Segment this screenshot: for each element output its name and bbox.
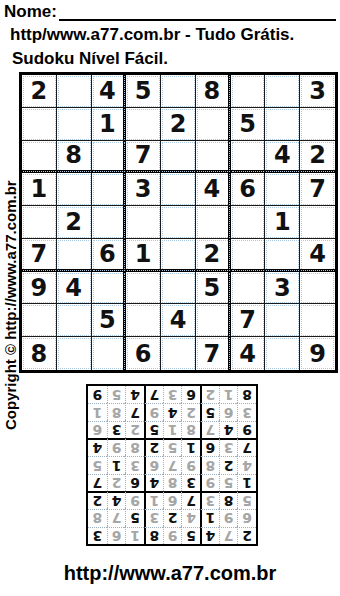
solution-cell-r4c4: 3 — [181, 474, 200, 491]
solution-cell-r5c7: 3 — [125, 456, 144, 473]
solution-cell-r5c5: 7 — [163, 456, 182, 473]
solution-cell-r9c7: 4 — [125, 386, 144, 403]
puzzle-cell-r4c3[interactable] — [92, 173, 127, 206]
solution-cell-r8c8: 8 — [107, 403, 126, 420]
solution-cell-r8c6: 9 — [144, 403, 163, 420]
puzzle-cell-r6c3[interactable]: 6 — [92, 239, 127, 272]
puzzle-cell-r3c4[interactable]: 7 — [126, 141, 161, 174]
puzzle-cell-r8c9[interactable] — [300, 304, 335, 337]
puzzle-cell-r9c3[interactable] — [92, 337, 127, 370]
puzzle-cell-r4c9[interactable]: 7 — [300, 173, 335, 206]
puzzle-cell-r4c7[interactable]: 6 — [231, 173, 266, 206]
solution-cell-r6c6: 2 — [144, 438, 163, 456]
puzzle-cell-r9c1[interactable]: 8 — [22, 337, 57, 370]
solution-cell-r3c8: 4 — [107, 491, 126, 509]
solution-cell-r4c1: 1 — [237, 474, 256, 491]
puzzle-cell-r5c4[interactable] — [126, 206, 161, 239]
puzzle-cell-r1c1[interactable]: 2 — [22, 75, 57, 108]
puzzle-grid: 245831258742134672176124945354786749 — [19, 72, 338, 373]
puzzle-cell-r4c2[interactable] — [57, 173, 92, 206]
solution-cell-r1c2: 7 — [219, 527, 238, 544]
puzzle-cell-r1c8[interactable] — [265, 75, 300, 108]
puzzle-cell-r7c5[interactable] — [161, 272, 196, 305]
puzzle-cell-r8c8[interactable] — [265, 304, 300, 337]
puzzle-cell-r6c4[interactable]: 1 — [126, 239, 161, 272]
solution-cell-r7c9: 6 — [88, 421, 107, 438]
puzzle-cell-r4c6[interactable]: 4 — [196, 173, 231, 206]
puzzle-cell-r9c9[interactable]: 9 — [300, 337, 335, 370]
solution-cell-r9c3: 2 — [200, 386, 219, 403]
solution-cell-r4c6: 4 — [144, 474, 163, 491]
solution-cell-r2c5: 2 — [163, 509, 182, 526]
puzzle-cell-r8c1[interactable] — [22, 304, 57, 337]
solution-cell-r6c1: 7 — [237, 438, 256, 456]
puzzle-cell-r8c4[interactable] — [126, 304, 161, 337]
name-fill-line[interactable] — [59, 4, 336, 21]
solution-cell-r9c6: 7 — [144, 386, 163, 403]
solution-cell-r3c9: 2 — [88, 491, 107, 509]
puzzle-cell-r6c5[interactable] — [161, 239, 196, 272]
puzzle-cell-r2c8[interactable] — [265, 108, 300, 141]
solution-cell-r7c6: 5 — [144, 421, 163, 438]
solution-cell-r3c5: 6 — [163, 491, 182, 509]
puzzle-cell-r3c6[interactable] — [196, 141, 231, 174]
solution-cell-r6c2: 3 — [219, 438, 238, 456]
solution-cell-r9c4: 6 — [181, 386, 200, 403]
solution-cell-r1c5: 9 — [163, 527, 182, 544]
solution-cell-r3c2: 8 — [219, 491, 238, 509]
puzzle-cell-r6c7[interactable] — [231, 239, 266, 272]
puzzle-cell-r1c2[interactable] — [57, 75, 92, 108]
solution-cell-r7c7: 2 — [125, 421, 144, 438]
solution-cell-r3c3: 3 — [200, 491, 219, 509]
solution-cell-r6c8: 9 — [107, 438, 126, 456]
puzzle-cell-r2c9[interactable] — [300, 108, 335, 141]
copyright-vertical: Copyright © http://www.a77.com.br — [2, 180, 19, 430]
solution-cell-r5c9: 5 — [88, 456, 107, 473]
puzzle-cell-r7c6[interactable]: 5 — [196, 272, 231, 305]
puzzle-cell-r4c4[interactable]: 3 — [126, 173, 161, 206]
puzzle-cell-r8c2[interactable] — [57, 304, 92, 337]
puzzle-cell-r5c5[interactable] — [161, 206, 196, 239]
solution-cell-r9c9: 9 — [88, 386, 107, 403]
solution-cell-r8c4: 2 — [181, 403, 200, 420]
puzzle-cell-r1c9[interactable]: 3 — [300, 75, 335, 108]
puzzle-cell-r5c3[interactable] — [92, 206, 127, 239]
solution-cell-r2c6: 3 — [144, 509, 163, 526]
puzzle-cell-r7c7[interactable] — [231, 272, 266, 305]
footer-url: http://www.a77.com.br — [0, 562, 340, 585]
solution-cell-r2c9: 8 — [88, 509, 107, 526]
puzzle-cell-r9c6[interactable]: 7 — [196, 337, 231, 370]
puzzle-cell-r2c3[interactable]: 1 — [92, 108, 127, 141]
puzzle-cell-r5c8[interactable]: 1 — [265, 206, 300, 239]
puzzle-cell-r9c7[interactable]: 4 — [231, 337, 266, 370]
solution-cell-r6c3: 6 — [200, 438, 219, 456]
puzzle-cell-r7c3[interactable] — [92, 272, 127, 305]
solution-cell-r5c1: 4 — [237, 456, 256, 473]
solution-cell-r8c5: 4 — [163, 403, 182, 420]
site-header: http/www.a77.com.br - Tudo Grátis. — [10, 25, 294, 45]
puzzle-cell-r2c7[interactable]: 5 — [231, 108, 266, 141]
name-row: Nome: — [4, 2, 336, 21]
puzzle-cell-r7c2[interactable]: 4 — [57, 272, 92, 305]
puzzle-cell-r3c5[interactable] — [161, 141, 196, 174]
solution-cell-r5c6: 6 — [144, 456, 163, 473]
puzzle-cell-r5c9[interactable] — [300, 206, 335, 239]
solution-cell-r4c9: 7 — [88, 474, 107, 491]
puzzle-title: Sudoku Nível Fácil. — [12, 49, 168, 69]
puzzle-cell-r4c8[interactable] — [265, 173, 300, 206]
puzzle-cell-r1c3[interactable]: 4 — [92, 75, 127, 108]
puzzle-cell-r4c5[interactable] — [161, 173, 196, 206]
puzzle-cell-r5c7[interactable] — [231, 206, 266, 239]
solution-grid: 2745981636914235785837619421593846274289… — [86, 384, 258, 546]
puzzle-cell-r6c1[interactable]: 7 — [22, 239, 57, 272]
solution-cell-r8c2: 6 — [219, 403, 238, 420]
solution-cell-r3c4: 7 — [181, 491, 200, 509]
puzzle-cell-r3c8[interactable]: 4 — [265, 141, 300, 174]
puzzle-cell-r9c8[interactable] — [265, 337, 300, 370]
puzzle-cell-r2c6[interactable] — [196, 108, 231, 141]
solution-cell-r3c7: 9 — [125, 491, 144, 509]
puzzle-cell-r2c1[interactable] — [22, 108, 57, 141]
puzzle-cell-r6c9[interactable]: 4 — [300, 239, 335, 272]
solution-cell-r5c4: 9 — [181, 456, 200, 473]
puzzle-cell-r6c8[interactable] — [265, 239, 300, 272]
puzzle-cell-r7c8[interactable]: 3 — [265, 272, 300, 305]
puzzle-cell-r8c6[interactable] — [196, 304, 231, 337]
solution-cell-r1c3: 4 — [200, 527, 219, 544]
solution-cell-r2c8: 7 — [107, 509, 126, 526]
solution-cell-r5c2: 2 — [219, 456, 238, 473]
solution-cell-r2c2: 9 — [219, 509, 238, 526]
puzzle-cell-r9c2[interactable] — [57, 337, 92, 370]
puzzle-cell-r8c5[interactable]: 4 — [161, 304, 196, 337]
solution-cell-r7c1: 9 — [237, 421, 256, 438]
solution-cell-r1c1: 2 — [237, 527, 256, 544]
solution-cell-r2c4: 4 — [181, 509, 200, 526]
solution-cell-r4c3: 9 — [200, 474, 219, 491]
solution-cell-r5c8: 1 — [107, 456, 126, 473]
puzzle-cell-r5c6[interactable] — [196, 206, 231, 239]
solution-cell-r1c6: 8 — [144, 527, 163, 544]
puzzle-cell-r7c1[interactable]: 9 — [22, 272, 57, 305]
solution-cell-r8c1: 3 — [237, 403, 256, 420]
puzzle-cell-r7c9[interactable] — [300, 272, 335, 305]
puzzle-cell-r2c2[interactable] — [57, 108, 92, 141]
solution-cell-r9c2: 1 — [219, 386, 238, 403]
solution-cell-r3c1: 5 — [237, 491, 256, 509]
puzzle-cell-r1c6[interactable]: 8 — [196, 75, 231, 108]
solution-cell-r8c7: 7 — [125, 403, 144, 420]
puzzle-cell-r2c5[interactable]: 2 — [161, 108, 196, 141]
solution-cell-r6c4: 1 — [181, 438, 200, 456]
puzzle-cell-r7c4[interactable] — [126, 272, 161, 305]
solution-cell-r8c3: 5 — [200, 403, 219, 420]
puzzle-cell-r3c1[interactable] — [22, 141, 57, 174]
solution-cell-r7c3: 7 — [200, 421, 219, 438]
solution-cell-r4c5: 8 — [163, 474, 182, 491]
puzzle-cell-r1c5[interactable] — [161, 75, 196, 108]
name-label: Nome: — [4, 2, 57, 21]
solution-cell-r3c6: 1 — [144, 491, 163, 509]
solution-cell-r4c7: 6 — [125, 474, 144, 491]
solution-cell-r1c7: 1 — [125, 527, 144, 544]
solution-cell-r9c8: 5 — [107, 386, 126, 403]
solution-cell-r6c5: 5 — [163, 438, 182, 456]
solution-cell-r2c1: 6 — [237, 509, 256, 526]
puzzle-cell-r3c9[interactable]: 2 — [300, 141, 335, 174]
puzzle-cell-r3c2[interactable]: 8 — [57, 141, 92, 174]
solution-cell-r9c5: 3 — [163, 386, 182, 403]
solution-cell-r5c3: 8 — [200, 456, 219, 473]
sudoku-sheet: Nome: http/www.a77.com.br - Tudo Grátis.… — [0, 0, 340, 596]
solution-cell-r1c4: 5 — [181, 527, 200, 544]
puzzle-cell-r2c4[interactable] — [126, 108, 161, 141]
puzzle-cell-r9c4[interactable]: 6 — [126, 337, 161, 370]
puzzle-cell-r6c6[interactable]: 2 — [196, 239, 231, 272]
solution-cell-r8c9: 1 — [88, 403, 107, 420]
solution-cell-r7c4: 8 — [181, 421, 200, 438]
solution-cell-r4c8: 2 — [107, 474, 126, 491]
solution-cell-r1c9: 3 — [88, 527, 107, 544]
solution-cell-r2c3: 1 — [200, 509, 219, 526]
solution-cell-r7c5: 1 — [163, 421, 182, 438]
solution-cell-r2c7: 5 — [125, 509, 144, 526]
solution-cell-r4c2: 5 — [219, 474, 238, 491]
solution-cell-r9c1: 8 — [237, 386, 256, 403]
puzzle-cell-r8c3[interactable]: 5 — [92, 304, 127, 337]
puzzle-cell-r5c1[interactable] — [22, 206, 57, 239]
solution-cell-r7c2: 4 — [219, 421, 238, 438]
solution-cell-r1c8: 6 — [107, 527, 126, 544]
puzzle-cell-r1c7[interactable] — [231, 75, 266, 108]
puzzle-cell-r6c2[interactable] — [57, 239, 92, 272]
puzzle-cell-r8c7[interactable]: 7 — [231, 304, 266, 337]
solution-cell-r6c7: 8 — [125, 438, 144, 456]
puzzle-cell-r3c7[interactable] — [231, 141, 266, 174]
puzzle-cell-r1c4[interactable]: 5 — [126, 75, 161, 108]
puzzle-cell-r4c1[interactable]: 1 — [22, 173, 57, 206]
puzzle-cell-r3c3[interactable] — [92, 141, 127, 174]
puzzle-cell-r5c2[interactable]: 2 — [57, 206, 92, 239]
puzzle-cell-r9c5[interactable] — [161, 337, 196, 370]
solution-cell-r6c9: 4 — [88, 438, 107, 456]
solution-cell-r7c8: 3 — [107, 421, 126, 438]
